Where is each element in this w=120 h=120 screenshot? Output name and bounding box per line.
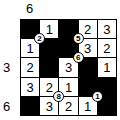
puzzle-board: 123132231321321 <box>20 19 117 116</box>
puzzle-page: 6 3 6 123132231321321 25681 <box>0 0 120 120</box>
cell-r4c1[interactable]: 3 <box>21 78 39 96</box>
cell-r3c5[interactable]: 1 <box>98 58 116 76</box>
cell-r5c1[interactable] <box>21 97 39 115</box>
cell-r2c5[interactable]: 2 <box>98 39 116 57</box>
outside-clue-left-row3: 3 <box>0 61 13 74</box>
cell-r3c2[interactable] <box>40 58 58 76</box>
outside-clue-left-row5: 6 <box>0 100 13 113</box>
cell-r1c5[interactable]: 3 <box>98 20 116 38</box>
sum-circle-2: 2 <box>34 33 45 44</box>
sum-circle-5: 5 <box>73 33 84 44</box>
outside-clue-top-col1: 6 <box>20 2 39 15</box>
sum-circle-6: 6 <box>73 52 84 63</box>
cell-r3c1[interactable]: 2 <box>21 58 39 76</box>
